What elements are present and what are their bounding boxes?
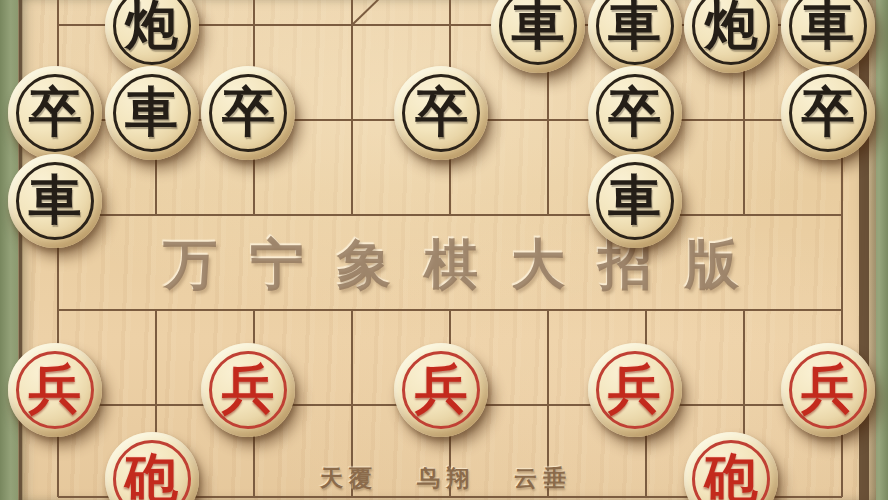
piece-black-soldier[interactable]: 卒 <box>588 66 682 160</box>
black-piece-ring: 卒 <box>16 74 94 152</box>
piece-black-chariot[interactable]: 車 <box>8 154 102 248</box>
piece-red-cannon-glyph: 砲 <box>705 451 758 500</box>
skill-niaoxiang[interactable]: 鸟翔 <box>417 463 475 494</box>
red-piece-ring: 兵 <box>596 351 674 429</box>
black-piece-ring: 車 <box>499 0 577 65</box>
piece-black-soldier[interactable]: 卒 <box>201 66 295 160</box>
red-piece-ring: 砲 <box>692 440 770 500</box>
black-piece-ring: 車 <box>789 0 867 65</box>
piece-black-soldier-glyph: 卒 <box>415 85 468 138</box>
piece-red-soldier[interactable]: 兵 <box>781 343 875 437</box>
red-piece-ring: 砲 <box>113 440 191 500</box>
piece-black-chariot-glyph: 車 <box>801 0 854 51</box>
piece-black-chariot-glyph: 車 <box>125 85 178 138</box>
piece-black-soldier-glyph: 卒 <box>29 85 82 138</box>
piece-red-soldier-glyph: 兵 <box>222 362 275 415</box>
piece-black-soldier-glyph: 卒 <box>608 85 661 138</box>
black-piece-ring: 車 <box>596 162 674 240</box>
piece-red-soldier-glyph: 兵 <box>801 362 854 415</box>
skill-bar: 天覆 鸟翔 云垂 <box>320 463 572 494</box>
piece-black-soldier[interactable]: 卒 <box>394 66 488 160</box>
piece-black-soldier-glyph: 卒 <box>801 85 854 138</box>
piece-red-cannon-glyph: 砲 <box>125 451 178 500</box>
piece-black-chariot-glyph: 車 <box>512 0 565 51</box>
black-piece-ring: 卒 <box>209 74 287 152</box>
skill-tianfu[interactable]: 天覆 <box>320 463 378 494</box>
black-piece-ring: 炮 <box>113 0 191 65</box>
piece-black-chariot-glyph: 車 <box>608 173 661 226</box>
piece-red-soldier-glyph: 兵 <box>608 362 661 415</box>
red-piece-ring: 兵 <box>402 351 480 429</box>
piece-red-soldier[interactable]: 兵 <box>8 343 102 437</box>
piece-black-chariot[interactable]: 車 <box>588 154 682 248</box>
piece-black-chariot-glyph: 車 <box>29 173 82 226</box>
piece-red-soldier-glyph: 兵 <box>415 362 468 415</box>
piece-red-soldier[interactable]: 兵 <box>201 343 295 437</box>
black-piece-ring: 卒 <box>402 74 480 152</box>
xiangqi-game-screen: 万宁象棋大招版 天覆 鸟翔 云垂 炮車車炮車卒車卒卒卒卒車車兵兵兵兵兵砲砲 <box>0 0 888 500</box>
black-piece-ring: 卒 <box>596 74 674 152</box>
black-piece-ring: 車 <box>16 162 94 240</box>
skill-yunchui[interactable]: 云垂 <box>514 463 572 494</box>
piece-black-soldier[interactable]: 卒 <box>8 66 102 160</box>
red-piece-ring: 兵 <box>16 351 94 429</box>
piece-black-cannon-glyph: 炮 <box>705 0 758 51</box>
red-piece-ring: 兵 <box>789 351 867 429</box>
black-piece-ring: 車 <box>596 0 674 65</box>
black-piece-ring: 車 <box>113 74 191 152</box>
piece-black-chariot[interactable]: 車 <box>105 66 199 160</box>
piece-black-cannon-glyph: 炮 <box>125 0 178 51</box>
river-watermark-text: 万宁象棋大招版 <box>163 229 772 302</box>
black-piece-ring: 炮 <box>692 0 770 65</box>
piece-black-soldier-glyph: 卒 <box>222 85 275 138</box>
piece-black-soldier[interactable]: 卒 <box>781 66 875 160</box>
piece-red-soldier-glyph: 兵 <box>29 362 82 415</box>
black-piece-ring: 卒 <box>789 74 867 152</box>
piece-red-soldier[interactable]: 兵 <box>394 343 488 437</box>
red-piece-ring: 兵 <box>209 351 287 429</box>
piece-red-soldier[interactable]: 兵 <box>588 343 682 437</box>
piece-black-chariot-glyph: 車 <box>608 0 661 51</box>
